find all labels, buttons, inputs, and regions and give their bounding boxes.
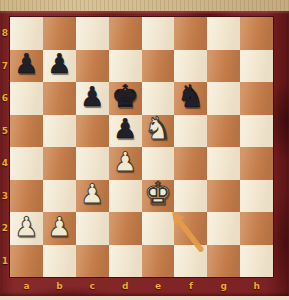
square-e2[interactable]	[142, 212, 175, 245]
square-h1[interactable]	[240, 245, 273, 278]
rank-label-7: 7	[0, 61, 10, 71]
square-c7[interactable]	[76, 50, 109, 83]
file-label-c: c	[76, 281, 109, 291]
rank-label-1: 1	[0, 256, 10, 266]
square-a7[interactable]: ♟	[10, 50, 43, 83]
white-knight-e5[interactable]: ♞	[142, 113, 175, 146]
black-king-d6[interactable]: ♚	[109, 80, 142, 113]
square-h3[interactable]	[240, 180, 273, 213]
square-d3[interactable]	[109, 180, 142, 213]
square-e8[interactable]	[142, 17, 175, 50]
square-h8[interactable]	[240, 17, 273, 50]
page-bottom-edge	[0, 296, 289, 300]
table-wood-background	[0, 0, 289, 11]
square-e7[interactable]	[142, 50, 175, 83]
rank-label-5: 5	[0, 126, 10, 136]
square-f6[interactable]: ♞	[174, 82, 207, 115]
square-g6[interactable]	[207, 82, 240, 115]
black-pawn-c6[interactable]: ♟	[76, 80, 109, 113]
rank-label-8: 8	[0, 28, 10, 38]
square-a6[interactable]	[10, 82, 43, 115]
rank-label-4: 4	[0, 158, 10, 168]
black-pawn-d5[interactable]: ♟	[109, 113, 142, 146]
white-pawn-b2[interactable]: ♟	[43, 210, 76, 243]
square-f8[interactable]	[174, 17, 207, 50]
square-d6[interactable]: ♚	[109, 82, 142, 115]
file-label-f: f	[174, 281, 207, 291]
square-e3[interactable]: ♚	[142, 180, 175, 213]
square-c4[interactable]	[76, 147, 109, 180]
square-d2[interactable]	[109, 212, 142, 245]
square-h4[interactable]	[240, 147, 273, 180]
square-g8[interactable]	[207, 17, 240, 50]
file-label-e: e	[142, 281, 175, 291]
square-f4[interactable]	[174, 147, 207, 180]
square-d8[interactable]	[109, 17, 142, 50]
file-label-g: g	[207, 281, 240, 291]
white-pawn-a2[interactable]: ♟	[10, 210, 43, 243]
rank-label-2: 2	[0, 223, 10, 233]
square-b4[interactable]	[43, 147, 76, 180]
square-f3[interactable]	[174, 180, 207, 213]
square-d5[interactable]: ♟	[109, 115, 142, 148]
square-d1[interactable]	[109, 245, 142, 278]
square-a1[interactable]	[10, 245, 43, 278]
square-a3[interactable]	[10, 180, 43, 213]
square-h5[interactable]	[240, 115, 273, 148]
square-a2[interactable]: ♟	[10, 212, 43, 245]
square-h2[interactable]	[240, 212, 273, 245]
rank-label-3: 3	[0, 191, 10, 201]
square-b7[interactable]: ♟	[43, 50, 76, 83]
black-pawn-a7[interactable]: ♟	[10, 48, 43, 81]
square-c8[interactable]	[76, 17, 109, 50]
square-b3[interactable]	[43, 180, 76, 213]
square-a4[interactable]	[10, 147, 43, 180]
square-f1[interactable]	[174, 245, 207, 278]
square-h7[interactable]	[240, 50, 273, 83]
square-a5[interactable]	[10, 115, 43, 148]
square-g7[interactable]	[207, 50, 240, 83]
file-label-b: b	[43, 281, 76, 291]
board-squares: ♟♟♟♚♞♟♞♟♟♚♟♟	[10, 17, 273, 277]
square-f2[interactable]	[174, 212, 207, 245]
square-c6[interactable]: ♟	[76, 82, 109, 115]
square-b6[interactable]	[43, 82, 76, 115]
square-b2[interactable]: ♟	[43, 212, 76, 245]
file-label-h: h	[240, 281, 273, 291]
chessboard-photo: ♟♟♟♚♞♟♞♟♟♚♟♟ 87654321abcdefgh	[0, 0, 289, 300]
square-g3[interactable]	[207, 180, 240, 213]
square-d4[interactable]: ♟	[109, 147, 142, 180]
white-king-e3[interactable]: ♚	[142, 178, 175, 211]
square-c2[interactable]	[76, 212, 109, 245]
square-e1[interactable]	[142, 245, 175, 278]
square-c5[interactable]	[76, 115, 109, 148]
white-pawn-c3[interactable]: ♟	[76, 178, 109, 211]
file-label-a: a	[10, 281, 43, 291]
square-b1[interactable]	[43, 245, 76, 278]
square-b8[interactable]	[43, 17, 76, 50]
square-a8[interactable]	[10, 17, 43, 50]
square-c1[interactable]	[76, 245, 109, 278]
square-c3[interactable]: ♟	[76, 180, 109, 213]
square-g5[interactable]	[207, 115, 240, 148]
black-pawn-b7[interactable]: ♟	[43, 48, 76, 81]
square-b5[interactable]	[43, 115, 76, 148]
square-g4[interactable]	[207, 147, 240, 180]
square-g2[interactable]	[207, 212, 240, 245]
file-label-d: d	[109, 281, 142, 291]
square-g1[interactable]	[207, 245, 240, 278]
rank-label-6: 6	[0, 93, 10, 103]
black-knight-f6[interactable]: ♞	[174, 80, 207, 113]
square-h6[interactable]	[240, 82, 273, 115]
white-pawn-d4[interactable]: ♟	[109, 145, 142, 178]
square-e5[interactable]: ♞	[142, 115, 175, 148]
square-f5[interactable]	[174, 115, 207, 148]
